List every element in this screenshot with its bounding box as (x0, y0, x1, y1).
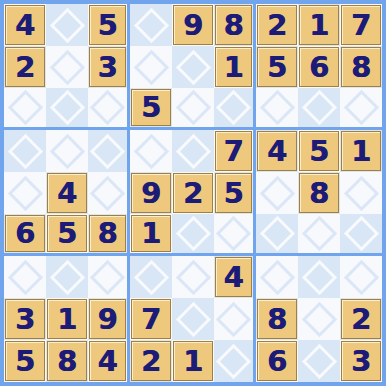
cell-r9c4: 2 (130, 340, 172, 382)
given-digit: 1 (183, 347, 203, 376)
diamond-icon (301, 343, 336, 378)
given-digit: 7 (141, 305, 161, 334)
cell-r4c1[interactable] (4, 130, 46, 172)
cell-r1c1: 4 (4, 4, 46, 46)
diamond-icon (301, 259, 336, 294)
diamond-icon (301, 90, 336, 125)
diamond-icon (216, 301, 251, 336)
cell-r3c7[interactable] (256, 88, 298, 130)
cell-r6c3: 8 (88, 214, 130, 256)
given-tile: 6 (257, 341, 297, 381)
given-tile: 1 (215, 47, 252, 87)
cell-r3c2[interactable] (46, 88, 88, 130)
cell-r3c9[interactable] (340, 88, 382, 130)
diamond-icon (7, 259, 42, 294)
diamond-icon (343, 259, 378, 294)
cell-r5c5: 2 (172, 172, 214, 214)
cell-r6c1: 6 (4, 214, 46, 256)
given-tile: 5 (215, 173, 252, 213)
given-tile: 8 (47, 341, 87, 381)
diamond-icon (175, 49, 210, 84)
diamond-icon (7, 90, 42, 125)
given-tile: 4 (89, 341, 126, 381)
cell-r6c7[interactable] (256, 214, 298, 256)
given-tile: 4 (5, 5, 45, 45)
cell-r3c1[interactable] (4, 88, 46, 130)
diamond-icon (175, 133, 210, 168)
given-digit: 2 (183, 179, 203, 208)
cell-r1c3: 5 (88, 4, 130, 46)
cell-r8c3: 9 (88, 298, 130, 340)
given-digit: 1 (141, 219, 161, 248)
given-digit: 8 (223, 11, 243, 40)
diamond-icon (7, 133, 42, 168)
given-tile: 9 (173, 5, 213, 45)
given-tile: 3 (89, 47, 126, 87)
cell-r3c4: 5 (130, 88, 172, 130)
given-digit: 6 (15, 219, 35, 248)
cell-r5c6: 5 (214, 172, 256, 214)
cell-r6c9[interactable] (340, 214, 382, 256)
diamond-icon (175, 216, 210, 251)
cell-r1c2[interactable] (46, 4, 88, 46)
cell-r4c3[interactable] (88, 130, 130, 172)
cell-r8c5[interactable] (172, 298, 214, 340)
diamond-icon (49, 90, 84, 125)
cell-r1c9: 7 (340, 4, 382, 46)
cell-r4c2[interactable] (46, 130, 88, 172)
cell-r2c7: 5 (256, 46, 298, 88)
given-digit: 4 (97, 347, 117, 376)
given-tile: 7 (341, 5, 381, 45)
given-digit: 8 (267, 305, 287, 334)
cell-r9c9: 3 (340, 340, 382, 382)
cell-r1c4[interactable] (130, 4, 172, 46)
given-tile: 4 (47, 173, 87, 213)
given-digit: 2 (141, 347, 161, 376)
diamond-icon (216, 216, 251, 251)
diamond-icon (90, 90, 125, 125)
cell-r7c8[interactable] (298, 256, 340, 298)
given-digit: 9 (97, 305, 117, 334)
diamond-icon (259, 90, 294, 125)
cell-r6c8[interactable] (298, 214, 340, 256)
cell-r8c6[interactable] (214, 298, 256, 340)
diamond-icon (49, 259, 84, 294)
cell-r7c6: 4 (214, 256, 256, 298)
cell-r7c2[interactable] (46, 256, 88, 298)
given-tile: 2 (341, 299, 381, 339)
given-digit: 3 (15, 305, 35, 334)
given-tile: 8 (257, 299, 297, 339)
diamond-icon (133, 133, 168, 168)
given-digit: 8 (57, 347, 77, 376)
given-tile: 2 (257, 5, 297, 45)
given-tile: 5 (5, 341, 45, 381)
cell-r1c8: 1 (298, 4, 340, 46)
cell-r1c6: 8 (214, 4, 256, 46)
diamond-icon (216, 90, 251, 125)
given-tile: 3 (341, 341, 381, 381)
given-tile: 6 (5, 215, 45, 252)
given-digit: 5 (141, 93, 161, 122)
cell-r2c6: 1 (214, 46, 256, 88)
given-tile: 6 (299, 47, 339, 87)
given-tile: 1 (299, 5, 339, 45)
cell-r2c5[interactable] (172, 46, 214, 88)
cell-r2c4[interactable] (130, 46, 172, 88)
cell-r6c6[interactable] (214, 214, 256, 256)
given-tile: 8 (299, 173, 339, 213)
given-tile: 2 (5, 47, 45, 87)
given-digit: 1 (351, 137, 371, 166)
diamond-icon (175, 90, 210, 125)
cell-r3c5[interactable] (172, 88, 214, 130)
cell-r6c4: 1 (130, 214, 172, 256)
diamond-icon (133, 259, 168, 294)
given-digit: 5 (223, 179, 243, 208)
cell-r9c3: 4 (88, 340, 130, 382)
given-tile: 1 (173, 341, 213, 381)
given-tile: 9 (131, 173, 171, 213)
diamond-icon (175, 301, 210, 336)
diamond-icon (133, 49, 168, 84)
cell-r4c5[interactable] (172, 130, 214, 172)
cell-r9c1: 5 (4, 340, 46, 382)
given-tile: 4 (215, 257, 252, 297)
cell-r2c2[interactable] (46, 46, 88, 88)
given-tile: 1 (341, 131, 381, 171)
cell-r5c8: 8 (298, 172, 340, 214)
given-digit: 4 (267, 137, 287, 166)
given-digit: 5 (15, 347, 35, 376)
given-digit: 2 (15, 53, 35, 82)
cell-r9c6[interactable] (214, 340, 256, 382)
given-digit: 3 (97, 53, 117, 82)
cell-r6c2: 5 (46, 214, 88, 256)
given-tile: 7 (131, 299, 171, 339)
cell-r3c3[interactable] (88, 88, 130, 130)
given-tile: 5 (299, 131, 339, 171)
given-tile: 8 (215, 5, 252, 45)
diamond-icon (7, 175, 42, 210)
given-digit: 7 (223, 137, 243, 166)
diamond-icon (49, 133, 84, 168)
given-digit: 4 (15, 11, 35, 40)
cell-r4c7: 4 (256, 130, 298, 172)
diamond-icon (133, 7, 168, 42)
given-tile: 4 (257, 131, 297, 171)
sudoku-board: 4598217231568574514925865814319782584216… (0, 0, 386, 386)
given-tile: 3 (5, 299, 45, 339)
given-tile: 1 (47, 299, 87, 339)
given-digit: 9 (183, 11, 203, 40)
cell-r2c8: 6 (298, 46, 340, 88)
given-digit: 5 (97, 11, 117, 40)
given-digit: 2 (351, 305, 371, 334)
given-digit: 8 (97, 219, 117, 248)
cell-r8c4: 7 (130, 298, 172, 340)
given-digit: 4 (223, 263, 243, 292)
cell-r2c9: 8 (340, 46, 382, 88)
given-tile: 8 (341, 47, 381, 87)
cell-r4c9: 1 (340, 130, 382, 172)
given-digit: 3 (351, 347, 371, 376)
given-tile: 2 (173, 173, 213, 213)
given-digit: 8 (351, 53, 371, 82)
cell-r9c2: 8 (46, 340, 88, 382)
given-digit: 4 (57, 179, 77, 208)
cell-r8c9: 2 (340, 298, 382, 340)
cell-r4c6: 7 (214, 130, 256, 172)
diamond-icon (343, 90, 378, 125)
cell-r3c8[interactable] (298, 88, 340, 130)
diamond-icon (90, 133, 125, 168)
cell-r4c8: 5 (298, 130, 340, 172)
diamond-icon (49, 49, 84, 84)
given-digit: 6 (267, 347, 287, 376)
given-tile: 5 (89, 5, 126, 45)
cell-r2c1: 2 (4, 46, 46, 88)
given-digit: 5 (267, 53, 287, 82)
diamond-icon (49, 7, 84, 42)
cell-r8c8[interactable] (298, 298, 340, 340)
diamond-icon (90, 175, 125, 210)
diamond-icon (343, 175, 378, 210)
cell-r8c2: 1 (46, 298, 88, 340)
diamond-icon (216, 343, 251, 378)
given-tile: 2 (131, 341, 171, 381)
cell-r5c3[interactable] (88, 172, 130, 214)
diamond-icon (259, 216, 294, 251)
cell-r7c3[interactable] (88, 256, 130, 298)
cell-r7c7[interactable] (256, 256, 298, 298)
cell-r1c7: 2 (256, 4, 298, 46)
diamond-icon (175, 259, 210, 294)
diamond-icon (301, 216, 336, 251)
cell-r9c5: 1 (172, 340, 214, 382)
diamond-icon (90, 259, 125, 294)
given-tile: 5 (131, 89, 171, 126)
given-digit: 6 (309, 53, 329, 82)
given-digit: 1 (57, 305, 77, 334)
given-tile: 9 (89, 299, 126, 339)
given-digit: 9 (141, 179, 161, 208)
cell-r5c1[interactable] (4, 172, 46, 214)
cell-r7c9[interactable] (340, 256, 382, 298)
cell-r5c9[interactable] (340, 172, 382, 214)
given-digit: 5 (309, 137, 329, 166)
cell-r3c6[interactable] (214, 88, 256, 130)
diamond-icon (259, 175, 294, 210)
given-digit: 7 (351, 11, 371, 40)
cell-r9c8[interactable] (298, 340, 340, 382)
given-tile: 8 (89, 215, 126, 252)
diamond-icon (343, 216, 378, 251)
cell-r7c1[interactable] (4, 256, 46, 298)
cell-r2c3: 3 (88, 46, 130, 88)
given-digit: 8 (309, 179, 329, 208)
given-digit: 2 (267, 11, 287, 40)
given-digit: 1 (309, 11, 329, 40)
given-digit: 1 (223, 53, 243, 82)
diamond-icon (301, 301, 336, 336)
given-tile: 5 (47, 215, 87, 252)
cell-r6c5[interactable] (172, 214, 214, 256)
given-tile: 1 (131, 215, 171, 252)
cell-r1c5: 9 (172, 4, 214, 46)
cell-r8c1: 3 (4, 298, 46, 340)
cell-r8c7: 8 (256, 298, 298, 340)
diamond-icon (259, 259, 294, 294)
given-tile: 5 (257, 47, 297, 87)
cell-r5c2: 4 (46, 172, 88, 214)
given-digit: 5 (57, 219, 77, 248)
cell-r5c7[interactable] (256, 172, 298, 214)
cell-r4c4[interactable] (130, 130, 172, 172)
cell-r7c4[interactable] (130, 256, 172, 298)
cell-r5c4: 9 (130, 172, 172, 214)
cell-r7c5[interactable] (172, 256, 214, 298)
given-tile: 7 (215, 131, 252, 171)
cell-r9c7: 6 (256, 340, 298, 382)
